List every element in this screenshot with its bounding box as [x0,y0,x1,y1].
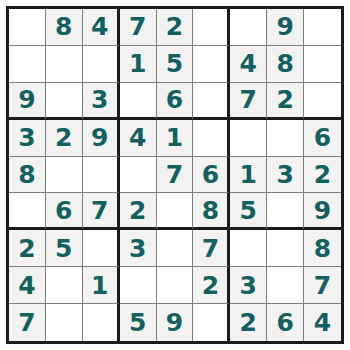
sudoku-cell-r1c1[interactable] [9,9,46,46]
sudoku-cell-r8c7: 3 [230,267,267,304]
sudoku-cell-r7c4: 3 [120,230,157,267]
sudoku-cell-r2c3[interactable] [83,46,120,83]
sudoku-cell-r6c7: 5 [230,193,267,230]
sudoku-cell-r5c1: 8 [9,157,46,194]
sudoku-cell-r9c9: 4 [304,304,341,341]
sudoku-cell-r8c9: 7 [304,267,341,304]
sudoku-cell-r6c8[interactable] [267,193,304,230]
sudoku-cell-r9c1: 7 [9,304,46,341]
sudoku-cell-r5c9: 2 [304,157,341,194]
sudoku-cell-r6c3: 7 [83,193,120,230]
sudoku-cell-r3c7: 7 [230,83,267,120]
sudoku-cell-r5c8: 3 [267,157,304,194]
sudoku-cell-r6c9: 9 [304,193,341,230]
sudoku-cell-r6c1[interactable] [9,193,46,230]
sudoku-cell-r2c5: 5 [157,46,194,83]
sudoku-cell-r2c4: 1 [120,46,157,83]
sudoku-cell-r7c2: 5 [46,230,83,267]
sudoku-cell-r6c2: 6 [46,193,83,230]
sudoku-cell-r7c8[interactable] [267,230,304,267]
sudoku-cell-r1c6[interactable] [193,9,230,46]
sudoku-cell-r2c6[interactable] [193,46,230,83]
sudoku-cell-r8c6: 2 [193,267,230,304]
sudoku-cell-r4c7[interactable] [230,120,267,157]
sudoku-cell-r6c4: 2 [120,193,157,230]
sudoku-cell-r9c8: 6 [267,304,304,341]
sudoku-cell-r3c8: 2 [267,83,304,120]
sudoku-cell-r7c5[interactable] [157,230,194,267]
sudoku-cell-r8c1: 4 [9,267,46,304]
sudoku-cell-r1c3: 4 [83,9,120,46]
sudoku-cell-r8c2[interactable] [46,267,83,304]
sudoku-board: 8472915489367232941687613267285925378412… [6,6,344,344]
sudoku-cell-r5c2[interactable] [46,157,83,194]
sudoku-cell-r8c8[interactable] [267,267,304,304]
sudoku-cell-r2c9[interactable] [304,46,341,83]
sudoku-cell-r4c6[interactable] [193,120,230,157]
sudoku-cell-r3c1: 9 [9,83,46,120]
sudoku-cell-r4c8[interactable] [267,120,304,157]
sudoku-cell-r1c4: 7 [120,9,157,46]
sudoku-cell-r4c4: 4 [120,120,157,157]
sudoku-cell-r3c5: 6 [157,83,194,120]
sudoku-cell-r1c9[interactable] [304,9,341,46]
sudoku-cell-r8c3: 1 [83,267,120,304]
sudoku-cell-r1c8: 9 [267,9,304,46]
sudoku-cell-r3c9[interactable] [304,83,341,120]
sudoku-cell-r7c6: 7 [193,230,230,267]
sudoku-cell-r3c2[interactable] [46,83,83,120]
sudoku-cell-r9c6[interactable] [193,304,230,341]
sudoku-cell-r5c4[interactable] [120,157,157,194]
sudoku-cell-r3c6[interactable] [193,83,230,120]
sudoku-cell-r7c3[interactable] [83,230,120,267]
sudoku-cell-r5c3[interactable] [83,157,120,194]
sudoku-cell-r6c5[interactable] [157,193,194,230]
sudoku-cell-r2c8: 8 [267,46,304,83]
sudoku-cell-r9c3[interactable] [83,304,120,341]
sudoku-cell-r2c1[interactable] [9,46,46,83]
sudoku-cell-r5c7: 1 [230,157,267,194]
sudoku-cell-r2c7: 4 [230,46,267,83]
sudoku-cell-r4c9: 6 [304,120,341,157]
sudoku-cell-r7c1: 2 [9,230,46,267]
sudoku-cell-r9c5: 9 [157,304,194,341]
sudoku-cell-r9c4: 5 [120,304,157,341]
sudoku-cell-r1c7[interactable] [230,9,267,46]
sudoku-cell-r4c2: 2 [46,120,83,157]
sudoku-cell-r8c4[interactable] [120,267,157,304]
sudoku-cell-r4c3: 9 [83,120,120,157]
sudoku-cell-r3c4[interactable] [120,83,157,120]
sudoku-cell-r3c3: 3 [83,83,120,120]
sudoku-cell-r5c5: 7 [157,157,194,194]
sudoku-cell-r9c2[interactable] [46,304,83,341]
sudoku-cell-r5c6: 6 [193,157,230,194]
sudoku-cell-r1c5: 2 [157,9,194,46]
sudoku-cell-r4c5: 1 [157,120,194,157]
sudoku-cell-r6c6: 8 [193,193,230,230]
sudoku-page: 8472915489367232941687613267285925378412… [0,0,350,350]
sudoku-cell-r9c7: 2 [230,304,267,341]
sudoku-cell-r7c7[interactable] [230,230,267,267]
sudoku-cell-r1c2: 8 [46,9,83,46]
sudoku-cell-r7c9: 8 [304,230,341,267]
sudoku-cell-r2c2[interactable] [46,46,83,83]
sudoku-cell-r8c5[interactable] [157,267,194,304]
sudoku-cell-r4c1: 3 [9,120,46,157]
